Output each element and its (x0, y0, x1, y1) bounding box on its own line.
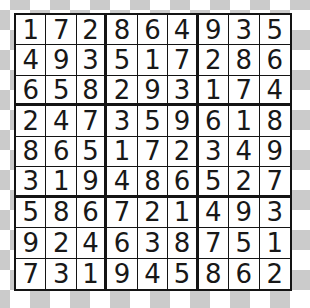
cell-r1c7[interactable]: 9 (199, 15, 229, 45)
cell-r3c9[interactable]: 4 (260, 76, 290, 106)
cell-r3c1[interactable]: 6 (16, 76, 46, 106)
cell-r4c1[interactable]: 2 (16, 106, 46, 136)
cell-r2c3[interactable]: 3 (77, 45, 107, 75)
cell-r1c8[interactable]: 3 (229, 15, 259, 45)
cell-r9c9[interactable]: 2 (260, 259, 290, 289)
cell-r9c1[interactable]: 7 (16, 259, 46, 289)
cell-r7c5[interactable]: 2 (138, 198, 168, 228)
cell-r9c2[interactable]: 3 (46, 259, 76, 289)
cell-r3c5[interactable]: 9 (138, 76, 168, 106)
cell-r1c3[interactable]: 2 (77, 15, 107, 45)
cell-r7c9[interactable]: 3 (260, 198, 290, 228)
cell-r1c6[interactable]: 4 (168, 15, 198, 45)
cell-r8c3[interactable]: 4 (77, 228, 107, 258)
cell-r7c4[interactable]: 7 (107, 198, 137, 228)
cell-r5c8[interactable]: 4 (229, 137, 259, 167)
cell-r2c7[interactable]: 2 (199, 45, 229, 75)
cell-r9c7[interactable]: 8 (199, 259, 229, 289)
cell-r9c4[interactable]: 9 (107, 259, 137, 289)
cell-r7c2[interactable]: 8 (46, 198, 76, 228)
cell-r8c6[interactable]: 8 (168, 228, 198, 258)
transparency-checkerboard: 1728649354935172866582931742473596188651… (0, 0, 310, 308)
cell-r3c6[interactable]: 3 (168, 76, 198, 106)
cell-r6c2[interactable]: 1 (46, 167, 76, 197)
cell-r8c2[interactable]: 2 (46, 228, 76, 258)
cell-r8c9[interactable]: 1 (260, 228, 290, 258)
cell-r7c3[interactable]: 6 (77, 198, 107, 228)
cell-r5c2[interactable]: 6 (46, 137, 76, 167)
cell-r5c5[interactable]: 7 (138, 137, 168, 167)
cell-r4c4[interactable]: 3 (107, 106, 137, 136)
cell-r3c8[interactable]: 7 (229, 76, 259, 106)
cell-r1c2[interactable]: 7 (46, 15, 76, 45)
cell-r4c5[interactable]: 5 (138, 106, 168, 136)
cell-r3c7[interactable]: 1 (199, 76, 229, 106)
cell-r7c8[interactable]: 9 (229, 198, 259, 228)
cell-r2c2[interactable]: 9 (46, 45, 76, 75)
cell-r4c3[interactable]: 7 (77, 106, 107, 136)
cell-r4c6[interactable]: 9 (168, 106, 198, 136)
cell-r5c3[interactable]: 5 (77, 137, 107, 167)
cell-r1c9[interactable]: 5 (260, 15, 290, 45)
cell-r2c5[interactable]: 1 (138, 45, 168, 75)
cell-r6c4[interactable]: 4 (107, 167, 137, 197)
cell-r9c5[interactable]: 4 (138, 259, 168, 289)
cell-r6c9[interactable]: 7 (260, 167, 290, 197)
cell-r9c6[interactable]: 5 (168, 259, 198, 289)
cell-r6c1[interactable]: 3 (16, 167, 46, 197)
cell-r4c9[interactable]: 8 (260, 106, 290, 136)
cell-r6c3[interactable]: 9 (77, 167, 107, 197)
cell-r5c9[interactable]: 9 (260, 137, 290, 167)
cell-r2c8[interactable]: 8 (229, 45, 259, 75)
cell-r8c1[interactable]: 9 (16, 228, 46, 258)
cell-r1c1[interactable]: 1 (16, 15, 46, 45)
cell-r8c7[interactable]: 7 (199, 228, 229, 258)
cell-r5c1[interactable]: 8 (16, 137, 46, 167)
cell-r5c6[interactable]: 2 (168, 137, 198, 167)
cell-r6c6[interactable]: 6 (168, 167, 198, 197)
cell-r6c7[interactable]: 5 (199, 167, 229, 197)
cell-r2c4[interactable]: 5 (107, 45, 137, 75)
cell-r8c8[interactable]: 5 (229, 228, 259, 258)
cell-r3c2[interactable]: 5 (46, 76, 76, 106)
sudoku-board: 1728649354935172866582931742473596188651… (14, 13, 292, 291)
cell-r4c2[interactable]: 4 (46, 106, 76, 136)
cell-r6c5[interactable]: 8 (138, 167, 168, 197)
cell-r5c7[interactable]: 3 (199, 137, 229, 167)
cell-r3c3[interactable]: 8 (77, 76, 107, 106)
cell-r9c3[interactable]: 1 (77, 259, 107, 289)
cell-r3c4[interactable]: 2 (107, 76, 137, 106)
cell-r8c4[interactable]: 6 (107, 228, 137, 258)
cell-r4c7[interactable]: 6 (199, 106, 229, 136)
cell-r8c5[interactable]: 3 (138, 228, 168, 258)
cell-r2c6[interactable]: 7 (168, 45, 198, 75)
cell-r1c5[interactable]: 6 (138, 15, 168, 45)
cell-r7c6[interactable]: 1 (168, 198, 198, 228)
cell-r1c4[interactable]: 8 (107, 15, 137, 45)
cell-r5c4[interactable]: 1 (107, 137, 137, 167)
cell-r2c9[interactable]: 6 (260, 45, 290, 75)
cell-r7c1[interactable]: 5 (16, 198, 46, 228)
cell-r6c8[interactable]: 2 (229, 167, 259, 197)
cell-r2c1[interactable]: 4 (16, 45, 46, 75)
cell-r4c8[interactable]: 1 (229, 106, 259, 136)
cell-r7c7[interactable]: 4 (199, 198, 229, 228)
cell-r9c8[interactable]: 6 (229, 259, 259, 289)
